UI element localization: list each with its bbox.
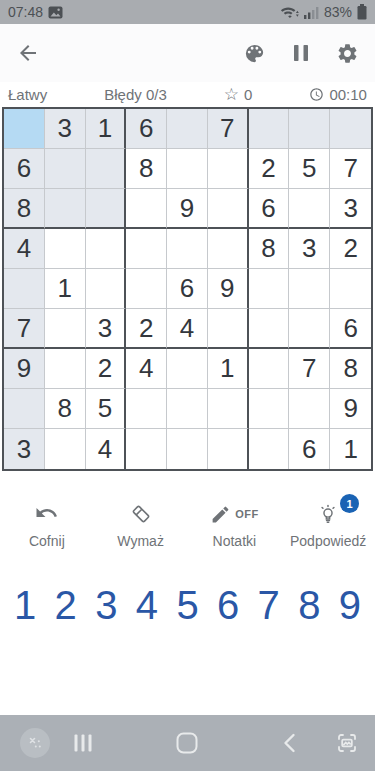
cell-r3c8[interactable]	[289, 189, 330, 229]
cell-r5c1[interactable]	[4, 269, 45, 309]
cell-r6c5[interactable]: 4	[167, 309, 208, 349]
cell-r7c8[interactable]: 7	[289, 349, 330, 389]
cell-r5c5[interactable]: 6	[167, 269, 208, 309]
theme-button[interactable]	[243, 42, 266, 65]
cell-r8c2[interactable]: 8	[45, 389, 86, 429]
numpad-6[interactable]: 6	[217, 585, 239, 625]
cell-r6c7[interactable]	[249, 309, 290, 349]
gear-icon	[336, 42, 359, 65]
cell-r1c7[interactable]	[249, 109, 290, 149]
erase-button[interactable]: Wymaż	[94, 501, 188, 549]
cell-r2c9[interactable]: 7	[330, 149, 371, 189]
errors-counter: Błędy 0/3	[104, 86, 167, 103]
status-bar: 07:48 83%	[0, 0, 375, 24]
cell-r7c9[interactable]: 8	[330, 349, 371, 389]
cell-r2c7[interactable]: 2	[249, 149, 290, 189]
difficulty-label: Łatwy	[8, 86, 47, 103]
cell-r2c6[interactable]	[208, 149, 249, 189]
star-icon: ☆	[224, 86, 239, 103]
cell-r1c4[interactable]: 6	[126, 109, 167, 149]
cell-r9c7[interactable]	[249, 429, 290, 469]
numpad-2[interactable]: 2	[55, 585, 77, 625]
game-tools-button[interactable]	[20, 728, 50, 758]
cell-r3c1[interactable]: 8	[4, 189, 45, 229]
settings-button[interactable]	[336, 42, 359, 65]
cell-r2c5[interactable]	[167, 149, 208, 189]
tools-row: Cofnij Wymaż OFF Notatki 1 Podpowiedź	[0, 501, 375, 549]
cell-r6c3[interactable]: 3	[86, 309, 127, 349]
smart-capture-button[interactable]	[335, 731, 359, 755]
cell-r4c3[interactable]	[86, 229, 127, 269]
back-button[interactable]	[16, 41, 40, 65]
cell-r1c1[interactable]	[4, 109, 45, 149]
battery-icon	[357, 4, 367, 20]
cell-r5c8[interactable]	[289, 269, 330, 309]
cell-r8c8[interactable]	[289, 389, 330, 429]
cell-r6c8[interactable]	[289, 309, 330, 349]
numpad-4[interactable]: 4	[136, 585, 158, 625]
cell-r9c5[interactable]	[167, 429, 208, 469]
cell-r4c4[interactable]	[126, 229, 167, 269]
game-info-bar: Łatwy Błędy 0/3 ☆ 0 00:10	[0, 82, 375, 107]
cell-r6c1[interactable]: 7	[4, 309, 45, 349]
pencil-icon: OFF	[210, 501, 259, 527]
wifi-icon	[280, 5, 299, 19]
cell-r2c8[interactable]: 5	[289, 149, 330, 189]
pause-icon	[292, 43, 310, 63]
notes-button[interactable]: OFF Notatki	[188, 501, 282, 549]
cell-r2c1[interactable]: 6	[4, 149, 45, 189]
cell-r3c3[interactable]	[86, 189, 127, 229]
cell-r9c2[interactable]	[45, 429, 86, 469]
battery-percent: 83%	[324, 4, 352, 20]
toolbar	[0, 24, 375, 82]
nav-back-button[interactable]	[282, 732, 296, 754]
numpad-9[interactable]: 9	[339, 585, 361, 625]
cell-r1c5[interactable]	[167, 109, 208, 149]
cell-r1c2[interactable]: 3	[45, 109, 86, 149]
cell-r9c9[interactable]: 1	[330, 429, 371, 469]
palette-icon	[243, 42, 266, 65]
numpad: 123456789	[14, 585, 361, 625]
clock-icon	[309, 87, 324, 102]
erase-label: Wymaż	[117, 533, 164, 549]
recents-button[interactable]	[75, 735, 92, 752]
cell-r3c2[interactable]	[45, 189, 86, 229]
score-value: 0	[244, 86, 252, 103]
home-icon	[177, 733, 198, 754]
cell-r4c5[interactable]	[167, 229, 208, 269]
chevron-left-icon	[282, 732, 296, 754]
cell-r3c4[interactable]	[126, 189, 167, 229]
cell-r9c1[interactable]: 3	[4, 429, 45, 469]
cell-r6c4[interactable]: 2	[126, 309, 167, 349]
hint-label: Podpowiedź	[290, 533, 366, 549]
undo-label: Cofnij	[29, 533, 65, 549]
numpad-5[interactable]: 5	[176, 585, 198, 625]
cell-r1c6[interactable]: 7	[208, 109, 249, 149]
cell-r9c4[interactable]	[126, 429, 167, 469]
smart-capture-icon	[335, 731, 359, 755]
numpad-3[interactable]: 3	[95, 585, 117, 625]
signal-strength-icon	[304, 6, 319, 19]
cell-r3c6[interactable]	[208, 189, 249, 229]
cell-r4c2[interactable]	[45, 229, 86, 269]
cell-r9c8[interactable]: 6	[289, 429, 330, 469]
cell-r2c2[interactable]	[45, 149, 86, 189]
cell-r4c1[interactable]: 4	[4, 229, 45, 269]
timer-group: 00:10	[309, 86, 367, 103]
cell-r5c2[interactable]: 1	[45, 269, 86, 309]
game-tools-icon	[20, 728, 50, 758]
pause-button[interactable]	[292, 43, 310, 63]
hint-button[interactable]: 1 Podpowiedź	[281, 501, 375, 549]
lightbulb-icon: 1	[317, 501, 339, 527]
cell-r4c9[interactable]: 2	[330, 229, 371, 269]
numpad-1[interactable]: 1	[14, 585, 36, 625]
android-nav-bar	[0, 715, 375, 771]
cell-r3c5[interactable]: 9	[167, 189, 208, 229]
cell-r8c4[interactable]	[126, 389, 167, 429]
notes-state-badge: OFF	[235, 508, 259, 520]
cell-r7c5[interactable]	[167, 349, 208, 389]
cell-r7c2[interactable]	[45, 349, 86, 389]
cell-r7c3[interactable]: 2	[86, 349, 127, 389]
cell-r8c9[interactable]: 9	[330, 389, 371, 429]
clock-time: 07:48	[8, 4, 43, 20]
cell-r6c6[interactable]	[208, 309, 249, 349]
cell-r8c5[interactable]	[167, 389, 208, 429]
undo-button[interactable]: Cofnij	[0, 501, 94, 549]
cell-r5c3[interactable]	[86, 269, 127, 309]
cell-r1c8[interactable]	[289, 109, 330, 149]
cell-r7c7[interactable]	[249, 349, 290, 389]
recents-icon	[75, 735, 92, 752]
cell-r7c6[interactable]: 1	[208, 349, 249, 389]
cell-r8c1[interactable]	[4, 389, 45, 429]
cell-r5c7[interactable]	[249, 269, 290, 309]
screenshot-thumbnail-icon	[48, 6, 63, 19]
cell-r6c2[interactable]	[45, 309, 86, 349]
cell-r4c6[interactable]	[208, 229, 249, 269]
cell-r1c3[interactable]: 1	[86, 109, 127, 149]
cell-r8c7[interactable]	[249, 389, 290, 429]
cell-r3c9[interactable]: 3	[330, 189, 371, 229]
cell-r2c4[interactable]: 8	[126, 149, 167, 189]
home-button[interactable]	[177, 733, 198, 754]
cell-r2c3[interactable]	[86, 149, 127, 189]
cell-r8c3[interactable]: 5	[86, 389, 127, 429]
sudoku-board: 31676825789634832169732469241788593461	[2, 107, 373, 471]
score-group: ☆ 0	[224, 86, 253, 103]
eraser-icon	[129, 501, 153, 527]
undo-icon	[34, 501, 59, 527]
cell-r8c6[interactable]	[208, 389, 249, 429]
cell-r5c9[interactable]	[330, 269, 371, 309]
cell-r9c3[interactable]: 4	[86, 429, 127, 469]
cell-r5c4[interactable]	[126, 269, 167, 309]
notes-label: Notatki	[213, 533, 257, 549]
cell-r7c4[interactable]: 4	[126, 349, 167, 389]
cell-r1c9[interactable]	[330, 109, 371, 149]
cell-r4c8[interactable]: 3	[289, 229, 330, 269]
cell-r5c6[interactable]: 9	[208, 269, 249, 309]
numpad-7[interactable]: 7	[258, 585, 280, 625]
cell-r3c7[interactable]: 6	[249, 189, 290, 229]
cell-r7c1[interactable]: 9	[4, 349, 45, 389]
cell-r6c9[interactable]: 6	[330, 309, 371, 349]
hint-count-badge: 1	[340, 494, 359, 513]
timer-value: 00:10	[329, 86, 367, 103]
cell-r9c6[interactable]	[208, 429, 249, 469]
back-arrow-icon	[16, 41, 40, 65]
cell-r4c7[interactable]: 8	[249, 229, 290, 269]
numpad-8[interactable]: 8	[298, 585, 320, 625]
